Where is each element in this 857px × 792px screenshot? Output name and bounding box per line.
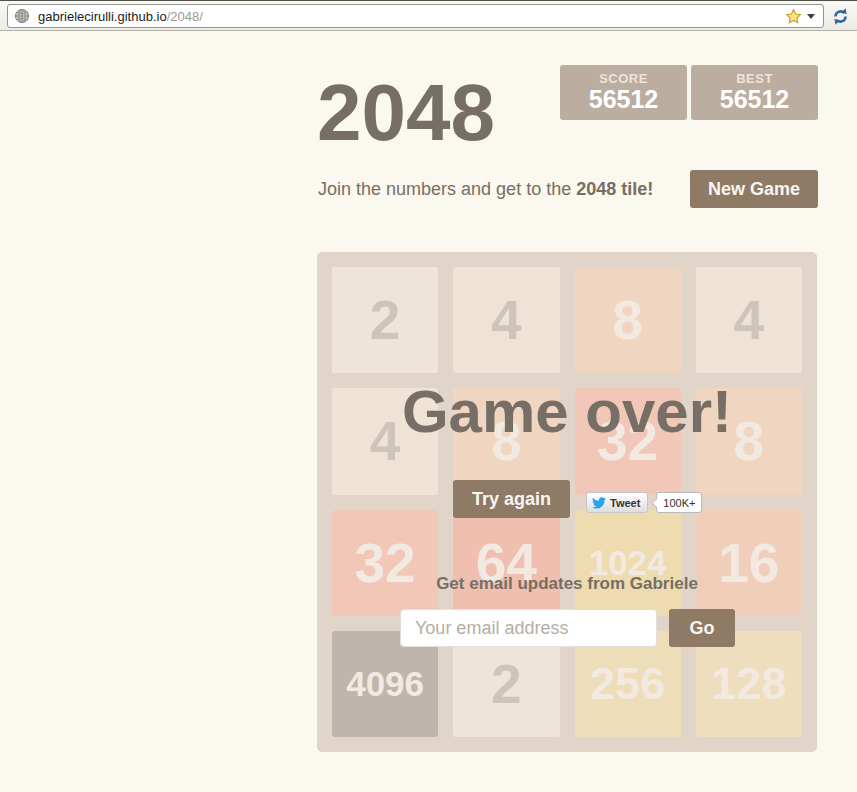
browser-toolbar: gabrielecirulli.github.io/2048/: [0, 0, 857, 31]
score-value: 56512: [589, 86, 659, 114]
best-value: 56512: [720, 86, 790, 114]
tweet-count-value: 100K+: [663, 497, 695, 509]
chevron-down-icon[interactable]: [807, 14, 815, 19]
best-box: BEST 56512: [691, 65, 818, 120]
subtitle-text: Join the numbers and get to the: [318, 179, 576, 199]
twitter-bird-icon: [592, 497, 606, 509]
best-label: BEST: [736, 71, 773, 86]
tweet-button-label: Tweet: [610, 497, 640, 509]
email-input[interactable]: [400, 609, 657, 647]
page-title: 2048: [317, 73, 495, 153]
url-host: gabrielecirulli.github.io: [38, 9, 167, 24]
score-box: SCORE 56512: [560, 65, 687, 120]
tweet-count-bubble[interactable]: 100K+: [656, 492, 702, 513]
globe-icon: [14, 8, 30, 24]
tweet-button[interactable]: Tweet: [586, 492, 648, 513]
url-text: gabrielecirulli.github.io/2048/: [38, 9, 203, 24]
email-updates-heading: Get email updates from Gabriele: [317, 574, 817, 594]
url-path: /2048/: [167, 9, 203, 24]
page-2048: 2048 SCORE 56512 BEST 56512 Join the num…: [0, 31, 857, 792]
email-go-button[interactable]: Go: [669, 609, 735, 647]
score-label: SCORE: [599, 71, 648, 86]
bookmark-star-icon[interactable]: [785, 8, 802, 25]
subtitle-goal: 2048 tile!: [576, 179, 653, 199]
new-game-button[interactable]: New Game: [690, 170, 818, 208]
refresh-icon[interactable]: [831, 7, 850, 26]
url-bar[interactable]: gabrielecirulli.github.io/2048/: [7, 4, 824, 28]
try-again-button[interactable]: Try again: [453, 480, 570, 518]
board-overlay: Game over! Try again Tweet 100K+ Get ema…: [317, 252, 817, 752]
subtitle: Join the numbers and get to the 2048 til…: [318, 179, 653, 200]
board: 248448328326410241640962256128 Game over…: [317, 252, 817, 752]
tweet-widget: Tweet 100K+: [586, 492, 702, 513]
game-over-message: Game over!: [317, 382, 817, 442]
